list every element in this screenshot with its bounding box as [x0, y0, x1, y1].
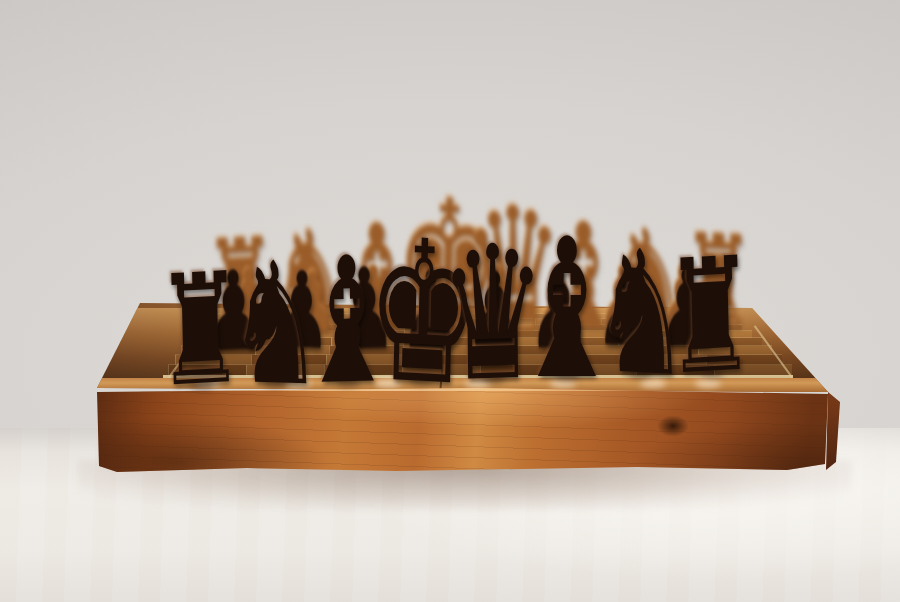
photograph-chess-scene: ♜♞♝♚♛♝♞♜♟♟♟♟♟♟♟♟♟♟♟♟♟♟♟♟♜♞♝♚♛♝♞♜ — [0, 0, 900, 602]
chess-pieces: ♜♞♝♚♛♝♞♜♟♟♟♟♟♟♟♟♟♟♟♟♟♟♟♟♜♞♝♚♛♝♞♜ — [0, 0, 900, 602]
piece-a8-black-rook[interactable]: ♜ — [663, 236, 757, 398]
